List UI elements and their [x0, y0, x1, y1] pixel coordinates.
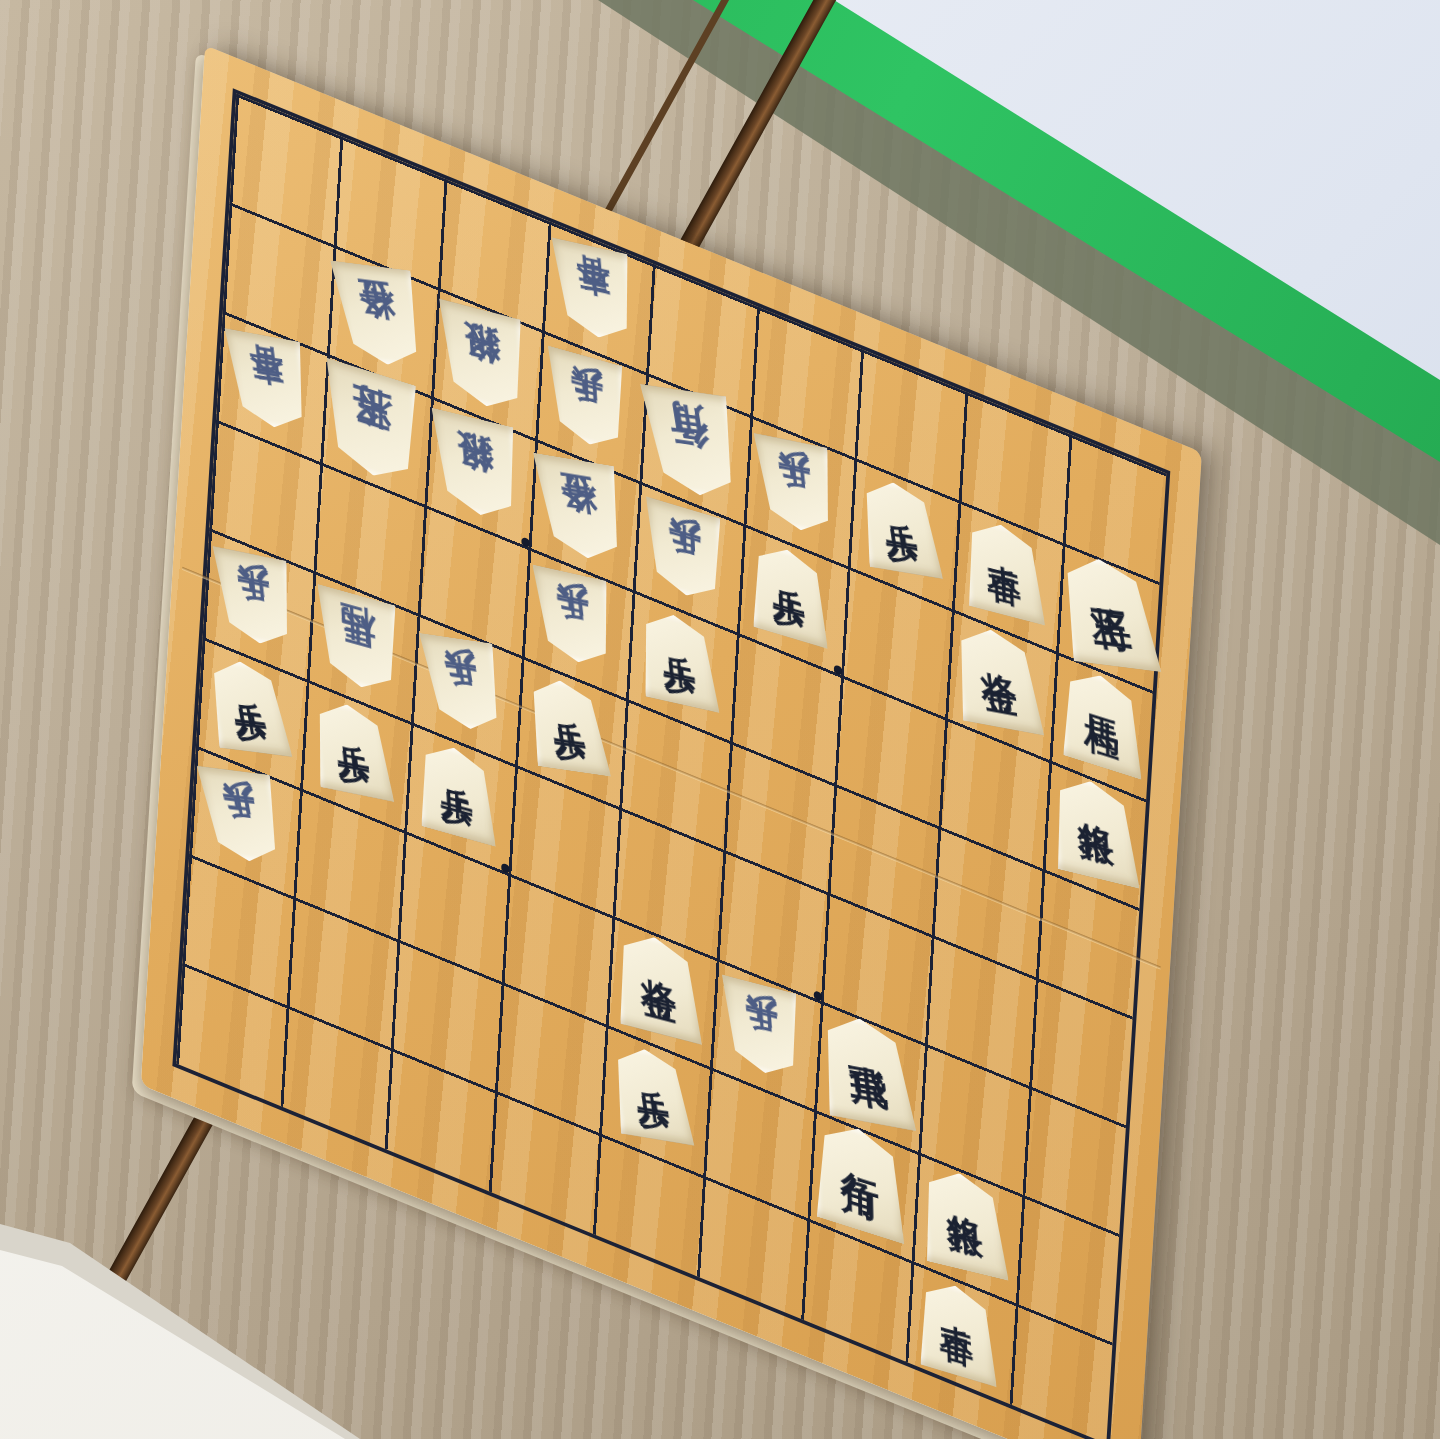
photo-scene: 王将香車金将桂馬銀将歩兵歩兵歩兵歩兵歩兵歩兵歩兵金将飛車角行銀将歩兵香車香車角行… [0, 0, 1440, 1439]
